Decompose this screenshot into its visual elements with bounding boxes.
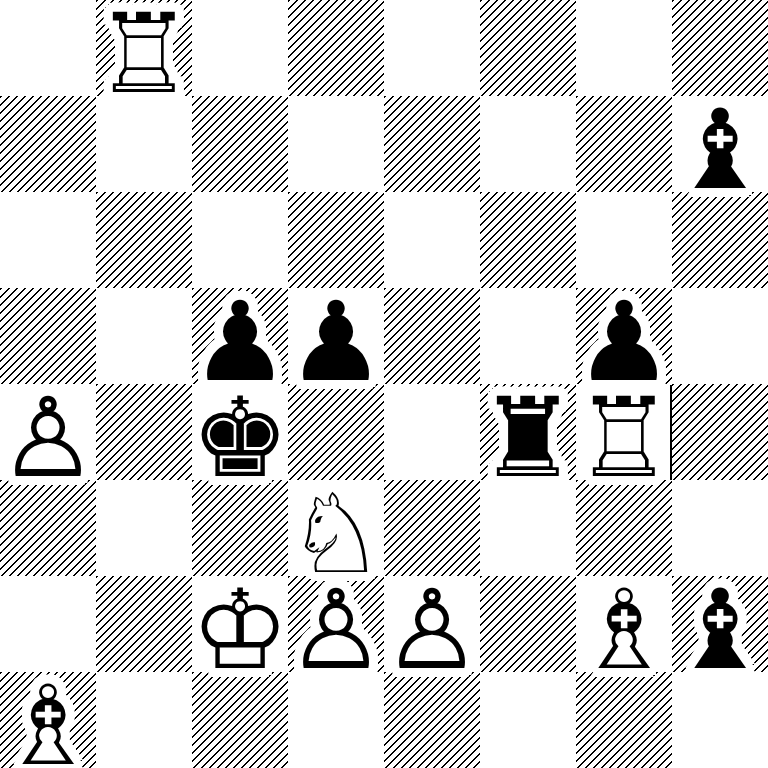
piece-halo: ♚ xyxy=(191,383,290,493)
white-rook-b8[interactable]: ♜♖ xyxy=(96,0,192,96)
piece-halo: ♟ xyxy=(0,383,97,493)
piece-glyph: ♗ xyxy=(575,575,674,685)
piece-halo: ♜ xyxy=(95,0,194,109)
piece-halo: ♟ xyxy=(575,287,674,397)
black-pawn-g5[interactable]: ♟♟ xyxy=(576,288,672,384)
white-pawn-e2[interactable]: ♟♙ xyxy=(384,576,480,672)
piece-glyph: ♙ xyxy=(287,575,386,685)
piece-glyph: ♙ xyxy=(0,383,97,493)
piece-glyph: ♟ xyxy=(287,287,386,397)
piece-halo: ♝ xyxy=(575,575,674,685)
piece-glyph: ♖ xyxy=(95,0,194,109)
black-king-c4[interactable]: ♚♚ xyxy=(192,384,288,480)
chess-board: ♜♖♝♝♟♟♟♟♟♟♟♙♚♚♜♜♜♖♞♘♚♔♟♙♟♙♝♗♝♝♝♗ xyxy=(0,0,768,768)
white-knight-d3[interactable]: ♞♘ xyxy=(288,480,384,576)
piece-glyph: ♘ xyxy=(287,479,386,589)
white-king-c2[interactable]: ♚♔ xyxy=(192,576,288,672)
piece-halo: ♝ xyxy=(0,671,97,768)
black-pawn-d5[interactable]: ♟♟ xyxy=(288,288,384,384)
piece-halo: ♟ xyxy=(383,575,482,685)
black-pawn-c5[interactable]: ♟♟ xyxy=(192,288,288,384)
piece-halo: ♜ xyxy=(479,383,578,493)
black-bishop-h2[interactable]: ♝♝ xyxy=(672,576,768,672)
piece-glyph: ♝ xyxy=(671,575,768,685)
white-rook-g4[interactable]: ♜♖ xyxy=(576,384,672,480)
piece-glyph: ♔ xyxy=(191,575,290,685)
black-rook-f4[interactable]: ♜♜ xyxy=(480,384,576,480)
white-bishop-g2[interactable]: ♝♗ xyxy=(576,576,672,672)
piece-halo: ♞ xyxy=(287,479,386,589)
piece-halo: ♟ xyxy=(191,287,290,397)
white-bishop-a1[interactable]: ♝♗ xyxy=(0,672,96,768)
white-pawn-a4[interactable]: ♟♙ xyxy=(0,384,96,480)
pieces-layer: ♜♖♝♝♟♟♟♟♟♟♟♙♚♚♜♜♜♖♞♘♚♔♟♙♟♙♝♗♝♝♝♗ xyxy=(0,0,768,768)
piece-glyph: ♜ xyxy=(479,383,578,493)
black-bishop-h7[interactable]: ♝♝ xyxy=(672,96,768,192)
piece-glyph: ♚ xyxy=(191,383,290,493)
piece-glyph: ♖ xyxy=(575,383,674,493)
piece-glyph: ♙ xyxy=(383,575,482,685)
piece-halo: ♟ xyxy=(287,575,386,685)
piece-halo: ♚ xyxy=(191,575,290,685)
piece-halo: ♝ xyxy=(671,575,768,685)
piece-halo: ♜ xyxy=(575,383,674,493)
piece-glyph: ♝ xyxy=(671,95,768,205)
piece-glyph: ♗ xyxy=(0,671,97,768)
piece-halo: ♝ xyxy=(671,95,768,205)
white-pawn-d2[interactable]: ♟♙ xyxy=(288,576,384,672)
piece-glyph: ♟ xyxy=(191,287,290,397)
piece-halo: ♟ xyxy=(287,287,386,397)
piece-glyph: ♟ xyxy=(575,287,674,397)
